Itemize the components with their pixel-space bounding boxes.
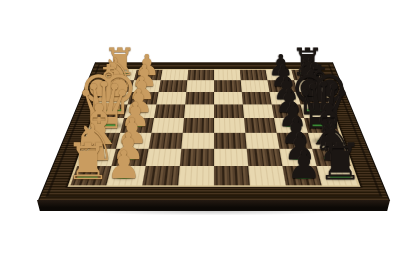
chess-product-photo: ♜♞♝♛♚♝♞♜♟♟♟♟♟♟♟♟♟♟♟♟♟♟♟♟♜♞♝♛♚♝♞♜ [0,0,416,277]
pieces-layer: ♜♞♝♛♚♝♞♜♟♟♟♟♟♟♟♟♟♟♟♟♟♟♟♟♜♞♝♛♚♝♞♜ [0,0,416,277]
piece-white-rook-a1[interactable]: ♜ [63,137,113,187]
piece-black-pawn-a7[interactable]: ♟ [285,146,324,185]
